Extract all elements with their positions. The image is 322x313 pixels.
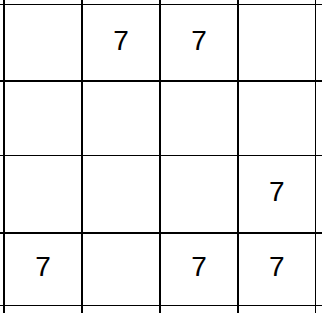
cell-r1c0[interactable]: [4, 81, 82, 156]
cell-r1c1[interactable]: [82, 81, 160, 156]
cell-r0c3[interactable]: [238, 5, 316, 82]
cell-r0c1[interactable]: 7: [82, 5, 160, 82]
cell-r3c0[interactable]: 7: [4, 233, 82, 306]
puzzle-grid: 7 7 7 7 7 7: [4, 5, 316, 306]
cell-r3c3[interactable]: 7: [238, 233, 316, 306]
cell-r3c2[interactable]: 7: [160, 233, 238, 306]
cell-r3c1[interactable]: [82, 233, 160, 306]
cell-r2c1[interactable]: [82, 156, 160, 234]
cell-r1c2[interactable]: [160, 81, 238, 156]
cell-r1c3[interactable]: [238, 81, 316, 156]
cell-r2c2[interactable]: [160, 156, 238, 234]
puzzle-board: 7 7 7 7 7 7: [0, 0, 322, 313]
cell-r2c3[interactable]: 7: [238, 156, 316, 234]
cell-r0c0[interactable]: [4, 5, 82, 82]
cell-r2c0[interactable]: [4, 156, 82, 234]
cell-r0c2[interactable]: 7: [160, 5, 238, 82]
